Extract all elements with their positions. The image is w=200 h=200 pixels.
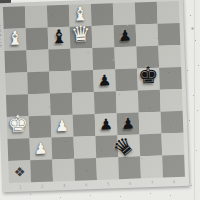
black-pawn-f7[interactable]: ♟ bbox=[118, 29, 132, 44]
black-bishop-c7[interactable]: ♝ bbox=[50, 27, 68, 47]
photo-background: QIYUAN ❖ ♝♝♝♛♟♟♚♚♟♟♟♟♛ 12345678 bbox=[0, 0, 200, 200]
bottom-edge-mark: 8 bbox=[173, 179, 176, 184]
white-bishop-a7[interactable]: ♝ bbox=[6, 28, 24, 48]
black-queen-f2[interactable]: ♛ bbox=[109, 132, 138, 162]
black-pawn-e5[interactable]: ♟ bbox=[98, 73, 112, 88]
table-speckles bbox=[0, 0, 1, 1]
bottom-edge-mark: 2 bbox=[41, 184, 44, 189]
white-pawn-b2[interactable]: ♟ bbox=[34, 142, 48, 157]
bottom-edge-mark: 4 bbox=[85, 182, 88, 187]
bottom-edge-mark: 1 bbox=[19, 185, 22, 190]
black-king-g5[interactable]: ♚ bbox=[138, 64, 159, 88]
bottom-edge-mark: 3 bbox=[63, 183, 66, 188]
white-king-a3[interactable]: ♚ bbox=[7, 112, 28, 136]
white-queen-d7[interactable]: ♛ bbox=[71, 23, 91, 46]
bottom-edge-mark: 6 bbox=[129, 181, 132, 186]
table-edge-line bbox=[194, 0, 195, 200]
white-pawn-c3[interactable]: ♟ bbox=[55, 119, 69, 134]
piece-layer: ♝♝♝♛♟♟♚♚♟♟♟♟♛ bbox=[3, 1, 185, 183]
bottom-edge-mark: 7 bbox=[151, 180, 154, 185]
board-left-edge-text: QIYUAN bbox=[0, 23, 2, 48]
bottom-edge-mark: 5 bbox=[107, 181, 110, 186]
chess-board[interactable]: QIYUAN ❖ ♝♝♝♛♟♟♚♚♟♟♟♟♛ 12345678 bbox=[0, 0, 189, 192]
black-pawn-e3[interactable]: ♟ bbox=[99, 117, 113, 132]
